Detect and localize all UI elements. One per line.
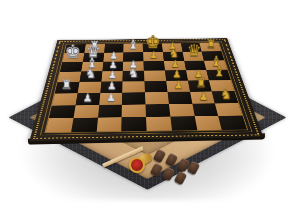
- piece-bK[interactable]: ♚: [143, 33, 163, 51]
- square-r6c7[interactable]: ♟: [190, 91, 215, 103]
- piece-bP[interactable]: ♟: [167, 80, 189, 91]
- square-r8c4[interactable]: [121, 117, 146, 131]
- square-r6c6[interactable]: [167, 92, 192, 104]
- square-r8c3[interactable]: [96, 117, 122, 131]
- square-r7c5[interactable]: [145, 104, 170, 117]
- board-grid: ♜♝♚♟♜♚♛♟♟♞♛♝♟♟♟♝♞♟♞♟♟♝♜♟♟♜♟♟♟♞: [44, 42, 248, 133]
- square-r7c6[interactable]: [169, 104, 195, 117]
- square-r6c4[interactable]: [122, 92, 145, 104]
- piece-wB[interactable]: ♝: [124, 38, 144, 51]
- piece-bP[interactable]: ♟: [143, 50, 163, 60]
- board-frame: ♜♝♚♟♜♚♛♟♟♞♛♝♟♟♟♝♞♟♞♟♟♝♜♟♟♜♟♟♟♞: [29, 38, 263, 140]
- square-r4c4[interactable]: ♞: [123, 71, 145, 82]
- square-r8c5[interactable]: [146, 117, 172, 131]
- square-r6c1[interactable]: [52, 93, 77, 105]
- square-r4c2[interactable]: ♞: [79, 71, 102, 82]
- piece-wR[interactable]: ♜: [55, 78, 78, 91]
- square-r5c6[interactable]: ♟: [166, 81, 190, 92]
- square-r8c6[interactable]: [170, 116, 197, 130]
- chess-set-photo: ♜♝♚♟♜♚♛♟♟♞♛♝♟♟♟♝♞♟♞♟♟♝♜♟♟♜♟♟♟♞: [0, 0, 290, 215]
- piece-wN[interactable]: ♞: [123, 67, 145, 80]
- piece-bR[interactable]: ♜: [201, 39, 221, 51]
- square-r3c5[interactable]: [144, 61, 165, 71]
- square-r8c2[interactable]: [71, 118, 98, 132]
- piece-roll[interactable]: [174, 171, 188, 186]
- square-r7c8[interactable]: [215, 103, 242, 116]
- square-r6c8[interactable]: ♞: [212, 91, 238, 103]
- tray-rolls: [105, 140, 215, 195]
- square-r1c4[interactable]: ♝: [124, 44, 144, 53]
- square-r7c3[interactable]: [98, 105, 123, 118]
- red-felt-base: [129, 157, 145, 173]
- piece-wP[interactable]: ♟: [76, 92, 99, 103]
- piece-bN[interactable]: ♞: [215, 88, 238, 102]
- square-r7c1[interactable]: [49, 105, 76, 118]
- square-r6c5[interactable]: [145, 92, 169, 104]
- piece-wP[interactable]: ♟: [100, 80, 122, 91]
- square-r4c5[interactable]: [144, 71, 166, 82]
- piece-bP[interactable]: ♟: [166, 69, 188, 79]
- square-r5c5[interactable]: [144, 81, 167, 92]
- piece-roll[interactable]: [165, 153, 179, 168]
- piece-wN[interactable]: ♞: [80, 68, 102, 81]
- square-r6c2[interactable]: ♟: [75, 93, 100, 105]
- piece-roll[interactable]: [162, 167, 176, 182]
- square-r8c7[interactable]: [194, 116, 222, 130]
- piece-wP[interactable]: ♟: [101, 70, 123, 80]
- square-r7c7[interactable]: [192, 103, 218, 116]
- square-r5c4[interactable]: [122, 81, 144, 92]
- square-r8c8[interactable]: [218, 116, 247, 130]
- square-r7c4[interactable]: [122, 104, 146, 117]
- piece-bP[interactable]: ♟: [192, 91, 215, 102]
- tray-contents: [105, 140, 215, 195]
- square-r6c3[interactable]: ♟: [99, 93, 123, 105]
- square-r2c5[interactable]: ♟: [143, 52, 164, 61]
- fallen-gold-piece[interactable]: [129, 153, 155, 173]
- piece-wK[interactable]: ♚: [63, 42, 83, 60]
- piece-bQ[interactable]: ♛: [184, 43, 204, 60]
- square-r8c1[interactable]: [46, 118, 74, 132]
- piece-wP[interactable]: ♟: [99, 92, 122, 103]
- square-r7c2[interactable]: [73, 105, 99, 118]
- piece-bR[interactable]: ♜: [189, 77, 211, 90]
